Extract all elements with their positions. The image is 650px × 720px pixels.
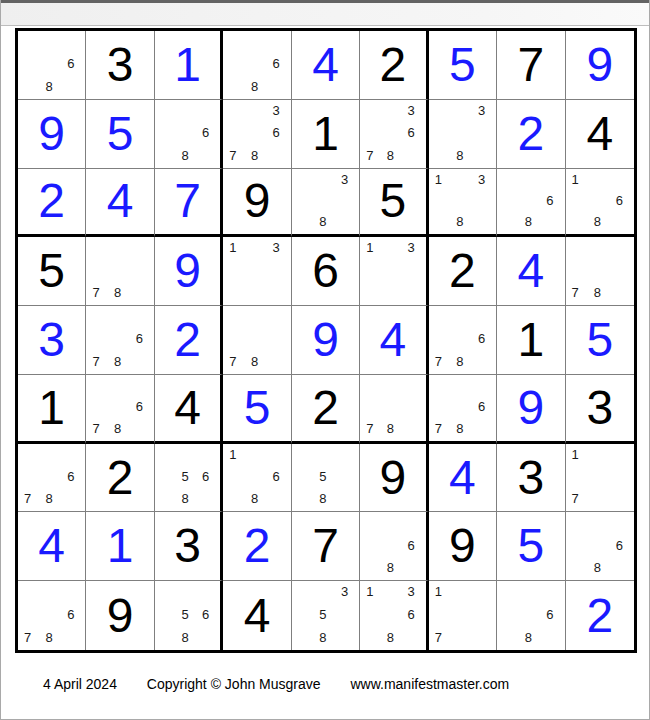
pencil-mark-8: 8: [46, 631, 53, 644]
cell-r1c1[interactable]: 68: [18, 31, 86, 100]
cell-r6c6[interactable]: 78: [360, 375, 428, 444]
pencil-marks: 68: [497, 169, 564, 235]
pencil-mark-3: 3: [478, 104, 485, 117]
pencil-marks: 13: [223, 237, 290, 305]
pencil-mark-7: 7: [435, 355, 442, 368]
cell-r1c4[interactable]: 68: [223, 31, 291, 100]
cell-r9c4[interactable]: 4: [223, 581, 291, 650]
cell-r2c5[interactable]: 1: [292, 100, 360, 169]
cell-r3c6[interactable]: 5: [360, 169, 428, 238]
cell-r7c6[interactable]: 9: [360, 444, 428, 513]
cell-r9c7[interactable]: 17: [429, 581, 497, 650]
given-digit: 9: [449, 522, 476, 570]
cell-r5c3[interactable]: 2: [155, 306, 223, 375]
pencil-mark-8: 8: [594, 561, 601, 574]
pencil-mark-8: 8: [594, 286, 601, 299]
cell-r8c5[interactable]: 7: [292, 512, 360, 581]
given-digit: 6: [312, 247, 339, 295]
cell-r4c4[interactable]: 13: [223, 237, 291, 306]
pencil-marks: 38: [292, 169, 359, 235]
given-digit: 3: [586, 384, 613, 432]
pencil-mark-7: 7: [229, 149, 236, 162]
given-digit: 5: [38, 247, 65, 295]
pencil-mark-7: 7: [366, 422, 373, 435]
cell-r2c4[interactable]: 3678: [223, 100, 291, 169]
cell-r9c2[interactable]: 9: [86, 581, 154, 650]
pencil-marks: 78: [566, 237, 634, 305]
cell-r2c3[interactable]: 68: [155, 100, 223, 169]
pencil-marks: 168: [223, 444, 290, 512]
user-digit: 9: [586, 41, 613, 89]
pencil-mark-3: 3: [407, 241, 414, 254]
pencil-mark-5: 5: [319, 608, 326, 621]
cell-r5c2[interactable]: 678: [86, 306, 154, 375]
pencil-mark-8: 8: [387, 149, 394, 162]
cell-r3c2[interactable]: 4: [86, 169, 154, 238]
pencil-mark-8: 8: [114, 286, 121, 299]
cell-r8c6[interactable]: 68: [360, 512, 428, 581]
pencil-mark-7: 7: [92, 422, 99, 435]
pencil-marks: 678: [429, 375, 496, 441]
cell-r9c3[interactable]: 568: [155, 581, 223, 650]
pencil-marks: 168: [566, 169, 634, 235]
cell-r3c9[interactable]: 168: [566, 169, 634, 238]
pencil-mark-8: 8: [181, 492, 188, 505]
cell-r8c1[interactable]: 4: [18, 512, 86, 581]
pencil-mark-3: 3: [341, 173, 348, 186]
user-digit: 2: [244, 522, 271, 570]
cell-r3c7[interactable]: 138: [429, 169, 497, 238]
pencil-mark-8: 8: [251, 492, 258, 505]
pencil-mark-8: 8: [319, 215, 326, 228]
cell-r5c6[interactable]: 4: [360, 306, 428, 375]
given-digit: 7: [312, 522, 339, 570]
user-digit: 3: [38, 316, 65, 364]
pencil-mark-1: 1: [572, 173, 579, 186]
pencil-mark-5: 5: [319, 470, 326, 483]
given-digit: 9: [380, 454, 407, 502]
given-digit: 1: [38, 384, 65, 432]
cell-r4c5[interactable]: 6: [292, 237, 360, 306]
user-digit: 4: [449, 454, 476, 502]
user-digit: 9: [517, 384, 544, 432]
pencil-marks: 17: [566, 444, 634, 512]
cell-r2c9[interactable]: 4: [566, 100, 634, 169]
pencil-mark-8: 8: [387, 561, 394, 574]
pencil-marks: 68: [18, 31, 85, 99]
pencil-mark-8: 8: [181, 631, 188, 644]
given-digit: 2: [107, 454, 134, 502]
user-digit: 1: [174, 41, 201, 89]
cell-r1c3[interactable]: 1: [155, 31, 223, 100]
pencil-marks: 13: [360, 237, 425, 305]
user-digit: 9: [38, 110, 65, 158]
pencil-mark-6: 6: [478, 400, 485, 413]
pencil-mark-7: 7: [24, 492, 31, 505]
user-digit: 2: [174, 316, 201, 364]
given-digit: 3: [517, 454, 544, 502]
pencil-marks: 678: [86, 375, 153, 441]
pencil-mark-8: 8: [525, 631, 532, 644]
pencil-mark-7: 7: [572, 286, 579, 299]
cell-r3c5[interactable]: 38: [292, 169, 360, 238]
pencil-marks: 678: [429, 306, 496, 374]
user-digit: 5: [517, 522, 544, 570]
cell-r9c5[interactable]: 358: [292, 581, 360, 650]
cell-r1c5[interactable]: 4: [292, 31, 360, 100]
cell-r7c1[interactable]: 678: [18, 444, 86, 513]
pencil-mark-1: 1: [366, 241, 373, 254]
user-digit: 5: [107, 110, 134, 158]
user-digit: 2: [517, 110, 544, 158]
pencil-mark-1: 1: [435, 173, 442, 186]
given-digit: 2: [449, 247, 476, 295]
given-digit: 7: [517, 41, 544, 89]
pencil-mark-5: 5: [181, 470, 188, 483]
sudoku-app-window: 6831684257995683678136783824247938513868…: [0, 0, 650, 720]
given-digit: 4: [244, 592, 271, 640]
pencil-mark-8: 8: [525, 215, 532, 228]
cell-r9c1[interactable]: 678: [18, 581, 86, 650]
cell-r9c6[interactable]: 1368: [360, 581, 428, 650]
pencil-mark-6: 6: [202, 470, 209, 483]
cell-r2c2[interactable]: 5: [86, 100, 154, 169]
user-digit: 7: [174, 177, 201, 225]
given-digit: 5: [380, 177, 407, 225]
window-top-bar: [1, 0, 649, 26]
pencil-mark-8: 8: [456, 355, 463, 368]
pencil-marks: 68: [155, 100, 220, 168]
pencil-mark-6: 6: [136, 400, 143, 413]
cell-r4c1[interactable]: 5: [18, 237, 86, 306]
cell-r4c6[interactable]: 13: [360, 237, 428, 306]
pencil-mark-3: 3: [478, 173, 485, 186]
pencil-marks: 17: [429, 581, 496, 650]
cell-r2c7[interactable]: 38: [429, 100, 497, 169]
pencil-marks: 568: [155, 581, 220, 650]
given-digit: 3: [174, 522, 201, 570]
pencil-marks: 138: [429, 169, 496, 235]
pencil-mark-1: 1: [229, 448, 236, 461]
sudoku-board: 6831684257995683678136783824247938513868…: [15, 28, 637, 653]
pencil-marks: 38: [429, 100, 496, 168]
pencil-mark-8: 8: [456, 149, 463, 162]
cell-r7c8[interactable]: 3: [497, 444, 565, 513]
pencil-mark-6: 6: [616, 194, 623, 207]
cell-r1c7[interactable]: 5: [429, 31, 497, 100]
cell-r6c9[interactable]: 3: [566, 375, 634, 444]
pencil-mark-6: 6: [273, 470, 280, 483]
pencil-mark-8: 8: [319, 631, 326, 644]
cell-r6c8[interactable]: 9: [497, 375, 565, 444]
cell-r1c6[interactable]: 2: [360, 31, 428, 100]
footer-website: www.manifestmaster.com: [350, 676, 509, 692]
pencil-marks: 678: [86, 306, 153, 374]
pencil-mark-7: 7: [24, 631, 31, 644]
pencil-mark-7: 7: [92, 286, 99, 299]
pencil-mark-5: 5: [181, 608, 188, 621]
pencil-marks: 58: [292, 444, 359, 512]
pencil-mark-8: 8: [456, 215, 463, 228]
pencil-marks: 3678: [360, 100, 425, 168]
cell-r5c9[interactable]: 5: [566, 306, 634, 375]
pencil-mark-8: 8: [114, 422, 121, 435]
given-digit: 9: [244, 177, 271, 225]
user-digit: 4: [107, 177, 134, 225]
pencil-marks: 68: [566, 512, 634, 580]
cell-r6c3[interactable]: 4: [155, 375, 223, 444]
user-digit: 4: [312, 41, 339, 89]
pencil-marks: 68: [497, 581, 564, 650]
pencil-marks: 68: [360, 512, 425, 580]
pencil-mark-8: 8: [251, 355, 258, 368]
given-digit: 1: [312, 110, 339, 158]
cell-r7c5[interactable]: 58: [292, 444, 360, 513]
pencil-marks: 568: [155, 444, 220, 512]
given-digit: 2: [312, 384, 339, 432]
pencil-mark-1: 1: [229, 241, 236, 254]
cell-r8c4[interactable]: 2: [223, 512, 291, 581]
cell-r4c9[interactable]: 78: [566, 237, 634, 306]
pencil-mark-6: 6: [202, 126, 209, 139]
pencil-mark-8: 8: [456, 422, 463, 435]
cell-r1c8[interactable]: 7: [497, 31, 565, 100]
user-digit: 9: [312, 316, 339, 364]
pencil-mark-7: 7: [572, 492, 579, 505]
pencil-mark-1: 1: [435, 585, 442, 598]
pencil-mark-8: 8: [46, 492, 53, 505]
cell-r2c6[interactable]: 3678: [360, 100, 428, 169]
user-digit: 4: [38, 522, 65, 570]
given-digit: 9: [107, 592, 134, 640]
cell-r9c8[interactable]: 68: [497, 581, 565, 650]
pencil-mark-1: 1: [366, 585, 373, 598]
user-digit: 1: [107, 522, 134, 570]
cell-r5c4[interactable]: 78: [223, 306, 291, 375]
pencil-marks: 78: [86, 237, 153, 305]
pencil-mark-3: 3: [341, 585, 348, 598]
pencil-mark-7: 7: [366, 149, 373, 162]
cell-r4c3[interactable]: 9: [155, 237, 223, 306]
cell-r6c5[interactable]: 2: [292, 375, 360, 444]
cell-r8c2[interactable]: 1: [86, 512, 154, 581]
pencil-mark-6: 6: [202, 608, 209, 621]
cell-r6c7[interactable]: 678: [429, 375, 497, 444]
cell-r7c3[interactable]: 568: [155, 444, 223, 513]
cell-r8c9[interactable]: 68: [566, 512, 634, 581]
cell-r7c7[interactable]: 4: [429, 444, 497, 513]
pencil-mark-3: 3: [273, 104, 280, 117]
pencil-mark-8: 8: [387, 631, 394, 644]
cell-r7c2[interactable]: 2: [86, 444, 154, 513]
cell-r2c8[interactable]: 2: [497, 100, 565, 169]
pencil-mark-6: 6: [407, 608, 414, 621]
pencil-mark-8: 8: [114, 355, 121, 368]
pencil-mark-7: 7: [229, 355, 236, 368]
pencil-mark-6: 6: [67, 470, 74, 483]
pencil-mark-6: 6: [616, 539, 623, 552]
given-digit: 1: [517, 316, 544, 364]
pencil-mark-6: 6: [478, 332, 485, 345]
pencil-mark-7: 7: [435, 631, 442, 644]
pencil-mark-8: 8: [251, 149, 258, 162]
user-digit: 5: [586, 316, 613, 364]
cell-r8c7[interactable]: 9: [429, 512, 497, 581]
cell-r8c8[interactable]: 5: [497, 512, 565, 581]
pencil-marks: 78: [223, 306, 290, 374]
pencil-mark-7: 7: [92, 355, 99, 368]
footer-copyright: Copyright © John Musgrave: [147, 676, 321, 692]
cell-r3c1[interactable]: 2: [18, 169, 86, 238]
pencil-marks: 678: [18, 444, 85, 512]
pencil-mark-3: 3: [273, 241, 280, 254]
given-digit: 4: [586, 110, 613, 158]
pencil-marks: 78: [360, 375, 425, 441]
cell-r6c4[interactable]: 5: [223, 375, 291, 444]
cell-r3c4[interactable]: 9: [223, 169, 291, 238]
cell-r3c3[interactable]: 7: [155, 169, 223, 238]
pencil-mark-8: 8: [594, 215, 601, 228]
user-digit: 4: [517, 247, 544, 295]
pencil-mark-8: 8: [46, 80, 53, 93]
cell-r6c2[interactable]: 678: [86, 375, 154, 444]
pencil-marks: 68: [223, 31, 290, 99]
cell-r5c1[interactable]: 3: [18, 306, 86, 375]
user-digit: 2: [586, 592, 613, 640]
cell-r2c1[interactable]: 9: [18, 100, 86, 169]
cell-r9c9[interactable]: 2: [566, 581, 634, 650]
pencil-mark-3: 3: [407, 104, 414, 117]
cell-r8c3[interactable]: 3: [155, 512, 223, 581]
pencil-mark-8: 8: [251, 80, 258, 93]
user-digit: 4: [380, 316, 407, 364]
cell-r4c8[interactable]: 4: [497, 237, 565, 306]
cell-r7c4[interactable]: 168: [223, 444, 291, 513]
cell-r3c8[interactable]: 68: [497, 169, 565, 238]
cell-r5c7[interactable]: 678: [429, 306, 497, 375]
user-digit: 5: [244, 384, 271, 432]
pencil-mark-6: 6: [136, 332, 143, 345]
given-digit: 2: [380, 41, 407, 89]
pencil-mark-6: 6: [273, 126, 280, 139]
user-digit: 9: [174, 247, 201, 295]
footer-date: 4 April 2024: [43, 676, 117, 692]
pencil-mark-6: 6: [67, 57, 74, 70]
cell-r1c2[interactable]: 3: [86, 31, 154, 100]
user-digit: 2: [38, 177, 65, 225]
pencil-marks: 1368: [360, 581, 425, 650]
pencil-marks: 678: [18, 581, 85, 650]
pencil-mark-8: 8: [181, 149, 188, 162]
pencil-mark-6: 6: [67, 608, 74, 621]
pencil-mark-6: 6: [546, 608, 553, 621]
footer: 4 April 2024 Copyright © John Musgrave w…: [43, 676, 509, 692]
pencil-mark-6: 6: [546, 194, 553, 207]
cell-r7c9[interactable]: 17: [566, 444, 634, 513]
pencil-mark-6: 6: [273, 57, 280, 70]
cell-r6c1[interactable]: 1: [18, 375, 86, 444]
pencil-marks: 3678: [223, 100, 290, 168]
pencil-mark-7: 7: [435, 422, 442, 435]
given-digit: 3: [107, 41, 134, 89]
cell-r5c5[interactable]: 9: [292, 306, 360, 375]
user-digit: 5: [449, 41, 476, 89]
pencil-mark-6: 6: [407, 539, 414, 552]
pencil-mark-3: 3: [407, 585, 414, 598]
pencil-mark-6: 6: [407, 126, 414, 139]
cell-r4c2[interactable]: 78: [86, 237, 154, 306]
cell-r5c8[interactable]: 1: [497, 306, 565, 375]
pencil-marks: 358: [292, 581, 359, 650]
cell-r4c7[interactable]: 2: [429, 237, 497, 306]
pencil-mark-8: 8: [319, 492, 326, 505]
pencil-mark-8: 8: [387, 422, 394, 435]
pencil-mark-1: 1: [572, 448, 579, 461]
cell-r1c9[interactable]: 9: [566, 31, 634, 100]
given-digit: 4: [174, 384, 201, 432]
